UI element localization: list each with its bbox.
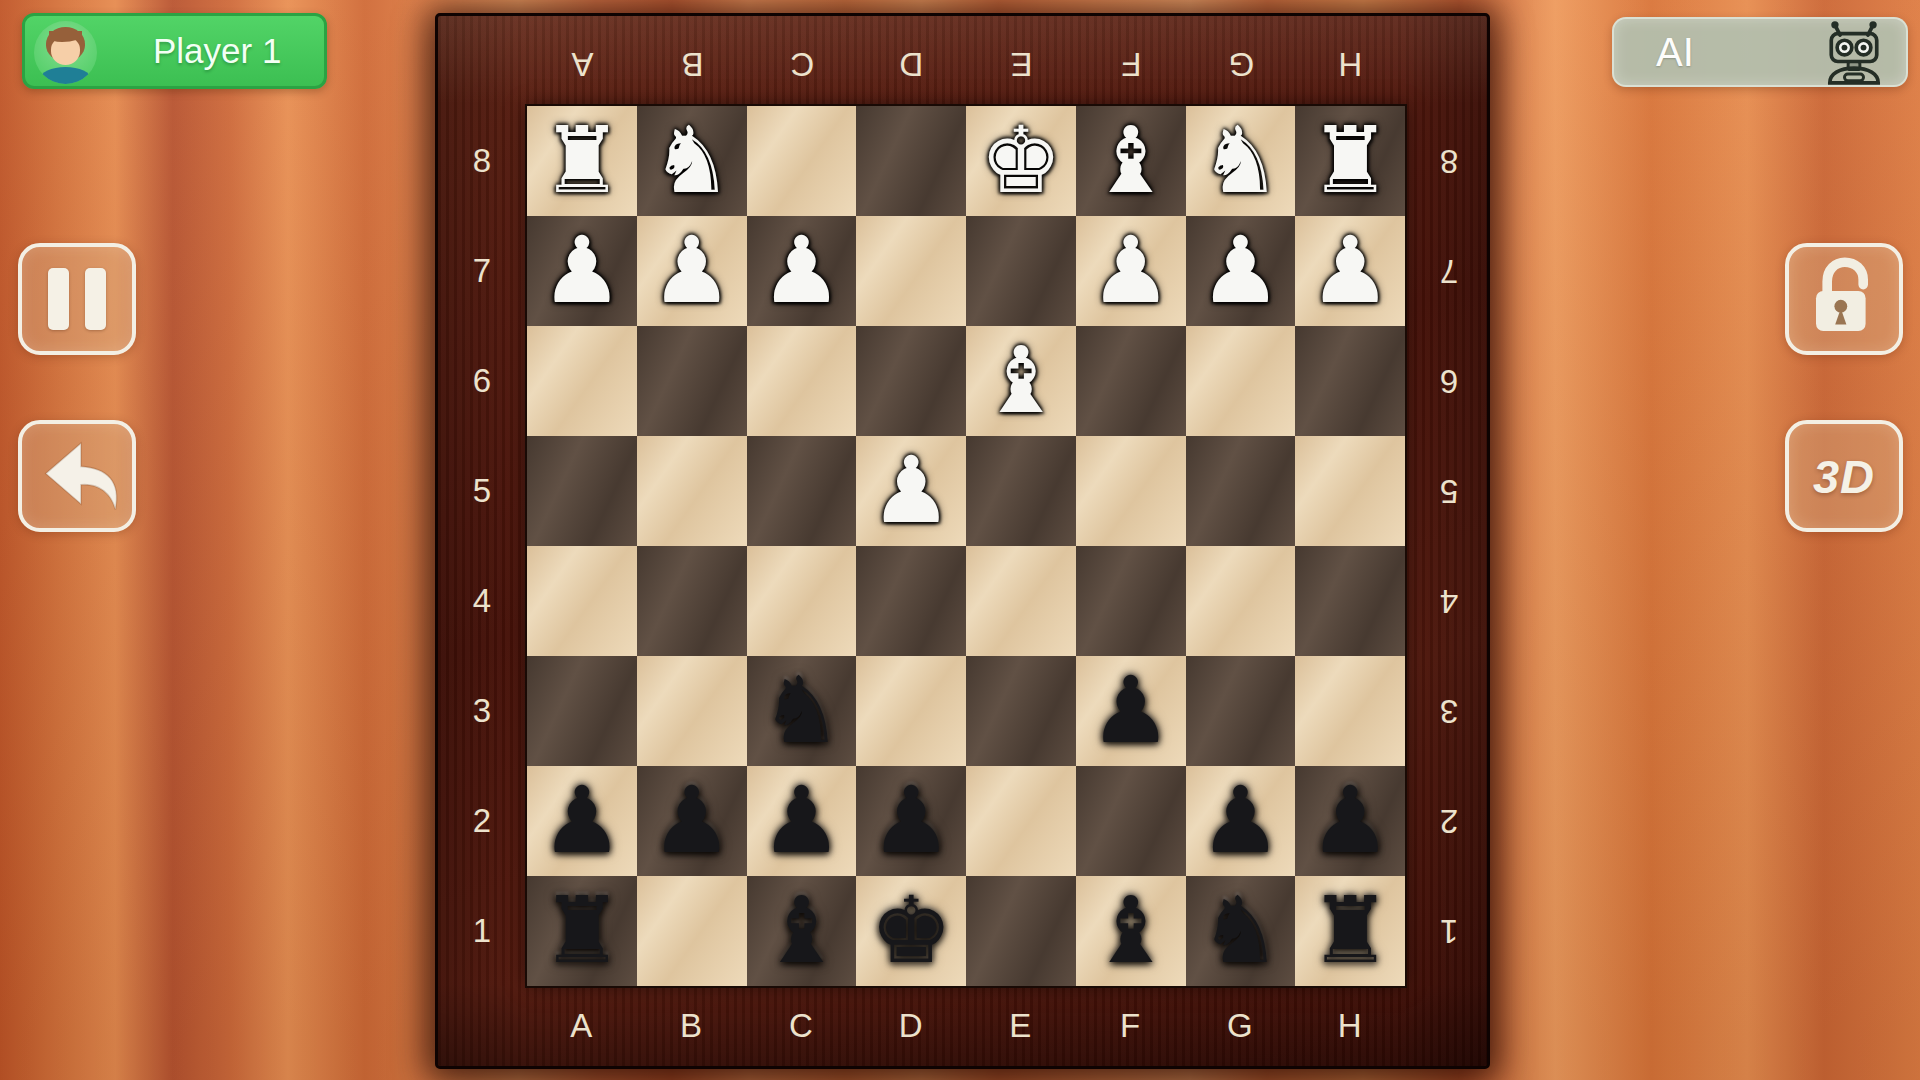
- white-king-e8[interactable]: ♚: [980, 115, 1062, 207]
- square-e2[interactable]: [966, 766, 1076, 876]
- coord-label-e: E: [966, 22, 1076, 106]
- square-e5[interactable]: [966, 436, 1076, 546]
- square-e4[interactable]: [966, 546, 1076, 656]
- coord-label-g: G: [1186, 22, 1296, 106]
- white-pawn-g7[interactable]: ♟: [1199, 225, 1281, 317]
- black-rook-a1[interactable]: ♜: [541, 885, 623, 977]
- black-knight-c3[interactable]: ♞: [760, 665, 842, 757]
- view-3d-label: 3D: [1813, 449, 1875, 504]
- black-king-d1[interactable]: ♚: [870, 885, 952, 977]
- square-d3[interactable]: [856, 656, 966, 766]
- square-b6[interactable]: [637, 326, 747, 436]
- black-pawn-b2[interactable]: ♟: [650, 775, 732, 867]
- square-g5[interactable]: [1186, 436, 1296, 546]
- square-d4[interactable]: [856, 546, 966, 656]
- robot-icon: [1812, 19, 1896, 85]
- square-a6[interactable]: [527, 326, 637, 436]
- square-h7[interactable]: ♟: [1295, 216, 1405, 326]
- square-g7[interactable]: ♟: [1186, 216, 1296, 326]
- square-c1[interactable]: ♝: [747, 876, 857, 986]
- coord-label-b: B: [637, 22, 747, 106]
- coord-label-2: 2: [438, 766, 527, 876]
- player-1-name: Player 1: [153, 31, 281, 71]
- square-g4[interactable]: [1186, 546, 1296, 656]
- undo-arrow-icon: [31, 432, 123, 520]
- square-c5[interactable]: [747, 436, 857, 546]
- square-e3[interactable]: [966, 656, 1076, 766]
- square-a7[interactable]: ♟: [527, 216, 637, 326]
- square-g1[interactable]: ♞: [1186, 876, 1296, 986]
- coord-label-4: 4: [1404, 546, 1493, 656]
- square-d1[interactable]: ♚: [856, 876, 966, 986]
- rank-labels-left: 87654321: [438, 106, 527, 986]
- square-c7[interactable]: ♟: [747, 216, 857, 326]
- square-h2[interactable]: ♟: [1295, 766, 1405, 876]
- square-h8[interactable]: ♜: [1295, 106, 1405, 216]
- square-a1[interactable]: ♜: [527, 876, 637, 986]
- coord-label-1: 1: [438, 876, 527, 986]
- square-a8[interactable]: ♜: [527, 106, 637, 216]
- black-rook-h1[interactable]: ♜: [1309, 885, 1391, 977]
- square-h5[interactable]: [1295, 436, 1405, 546]
- square-d5[interactable]: ♟: [856, 436, 966, 546]
- square-e7[interactable]: [966, 216, 1076, 326]
- white-knight-b8[interactable]: ♞: [650, 115, 732, 207]
- coord-label-d: D: [856, 22, 966, 106]
- ai-name: AI: [1656, 30, 1694, 75]
- coord-label-b: B: [637, 984, 747, 1068]
- coord-label-7: 7: [1404, 216, 1493, 326]
- coord-label-f: F: [1076, 22, 1186, 106]
- coord-label-2: 2: [1404, 766, 1493, 876]
- open-padlock-icon: [1799, 255, 1889, 343]
- square-f8[interactable]: ♝: [1076, 106, 1186, 216]
- white-bishop-e6[interactable]: ♝: [980, 335, 1062, 427]
- black-bishop-f1[interactable]: ♝: [1089, 885, 1171, 977]
- black-pawn-d2[interactable]: ♟: [870, 775, 952, 867]
- white-bishop-f8[interactable]: ♝: [1089, 115, 1171, 207]
- square-d2[interactable]: ♟: [856, 766, 966, 876]
- white-knight-g8[interactable]: ♞: [1199, 115, 1281, 207]
- square-a4[interactable]: [527, 546, 637, 656]
- view-3d-button[interactable]: 3D: [1785, 420, 1903, 532]
- square-b5[interactable]: [637, 436, 747, 546]
- coord-label-c: C: [747, 984, 857, 1068]
- black-pawn-g2[interactable]: ♟: [1199, 775, 1281, 867]
- white-pawn-d5[interactable]: ♟: [870, 445, 952, 537]
- square-f7[interactable]: ♟: [1076, 216, 1186, 326]
- square-f5[interactable]: [1076, 436, 1186, 546]
- coord-label-a: A: [527, 984, 637, 1068]
- coord-label-3: 3: [438, 656, 527, 766]
- white-rook-h8[interactable]: ♜: [1309, 115, 1391, 207]
- black-pawn-a2[interactable]: ♟: [541, 775, 623, 867]
- square-c6[interactable]: [747, 326, 857, 436]
- pause-button[interactable]: [18, 243, 136, 355]
- file-labels-bottom: ABCDEFGH: [527, 984, 1405, 1068]
- square-e1[interactable]: [966, 876, 1076, 986]
- coord-label-h: H: [1295, 22, 1405, 106]
- square-b1[interactable]: [637, 876, 747, 986]
- square-a3[interactable]: [527, 656, 637, 766]
- square-g8[interactable]: ♞: [1186, 106, 1296, 216]
- black-bishop-c1[interactable]: ♝: [760, 885, 842, 977]
- ai-badge: AI: [1612, 17, 1908, 87]
- square-b4[interactable]: [637, 546, 747, 656]
- white-pawn-a7[interactable]: ♟: [541, 225, 623, 317]
- white-rook-a8[interactable]: ♜: [541, 115, 623, 207]
- black-pawn-f3[interactable]: ♟: [1089, 665, 1171, 757]
- coord-label-g: G: [1186, 984, 1296, 1068]
- square-g6[interactable]: [1186, 326, 1296, 436]
- player-1-badge: Player 1: [22, 13, 327, 89]
- square-c4[interactable]: [747, 546, 857, 656]
- coord-label-f: F: [1076, 984, 1186, 1068]
- black-pawn-h2[interactable]: ♟: [1309, 775, 1391, 867]
- coord-label-4: 4: [438, 546, 527, 656]
- chess-board: ABCDEFGH ABCDEFGH 87654321 87654321 ♜♞♚♝…: [435, 13, 1490, 1069]
- square-f6[interactable]: [1076, 326, 1186, 436]
- coord-label-7: 7: [438, 216, 527, 326]
- coord-label-a: A: [527, 22, 637, 106]
- player-avatar-icon: [34, 21, 97, 84]
- white-pawn-f7[interactable]: ♟: [1089, 225, 1171, 317]
- square-e8[interactable]: ♚: [966, 106, 1076, 216]
- coord-label-d: D: [856, 984, 966, 1068]
- pause-icon: [48, 268, 69, 330]
- coord-label-c: C: [747, 22, 857, 106]
- square-c3[interactable]: ♞: [747, 656, 857, 766]
- coord-label-8: 8: [438, 106, 527, 216]
- undo-button[interactable]: [18, 420, 136, 532]
- coord-label-8: 8: [1404, 106, 1493, 216]
- square-c2[interactable]: ♟: [747, 766, 857, 876]
- square-g3[interactable]: [1186, 656, 1296, 766]
- lock-button[interactable]: [1785, 243, 1903, 355]
- square-d7[interactable]: [856, 216, 966, 326]
- coord-label-3: 3: [1404, 656, 1493, 766]
- square-a2[interactable]: ♟: [527, 766, 637, 876]
- square-h4[interactable]: [1295, 546, 1405, 656]
- square-f2[interactable]: [1076, 766, 1186, 876]
- square-h6[interactable]: [1295, 326, 1405, 436]
- rank-labels-right: 87654321: [1404, 106, 1493, 986]
- coord-label-e: E: [966, 984, 1076, 1068]
- square-e6[interactable]: ♝: [966, 326, 1076, 436]
- square-g2[interactable]: ♟: [1186, 766, 1296, 876]
- file-labels-top: ABCDEFGH: [527, 22, 1405, 106]
- square-c8[interactable]: [747, 106, 857, 216]
- white-pawn-c7[interactable]: ♟: [760, 225, 842, 317]
- coord-label-h: H: [1295, 984, 1405, 1068]
- coord-label-1: 1: [1404, 876, 1493, 986]
- square-h3[interactable]: [1295, 656, 1405, 766]
- white-pawn-b7[interactable]: ♟: [650, 225, 732, 317]
- coord-label-6: 6: [438, 326, 527, 436]
- square-b2[interactable]: ♟: [637, 766, 747, 876]
- square-b7[interactable]: ♟: [637, 216, 747, 326]
- square-d6[interactable]: [856, 326, 966, 436]
- board-squares: ♜♞♚♝♞♜♟♟♟♟♟♟♝♟♞♟♟♟♟♟♟♟♜♝♚♝♞♜: [527, 106, 1405, 986]
- square-b3[interactable]: [637, 656, 747, 766]
- white-pawn-h7[interactable]: ♟: [1309, 225, 1391, 317]
- black-pawn-c2[interactable]: ♟: [760, 775, 842, 867]
- square-f1[interactable]: ♝: [1076, 876, 1186, 986]
- square-h1[interactable]: ♜: [1295, 876, 1405, 986]
- avatar-shirt: [40, 67, 91, 84]
- app-background: Player 1 AI 3D: [0, 0, 1920, 1080]
- coord-label-5: 5: [438, 436, 527, 546]
- square-f4[interactable]: [1076, 546, 1186, 656]
- square-b8[interactable]: ♞: [637, 106, 747, 216]
- square-f3[interactable]: ♟: [1076, 656, 1186, 766]
- square-a5[interactable]: [527, 436, 637, 546]
- coord-label-6: 6: [1404, 326, 1493, 436]
- black-knight-g1[interactable]: ♞: [1199, 885, 1281, 977]
- square-d8[interactable]: [856, 106, 966, 216]
- coord-label-5: 5: [1404, 436, 1493, 546]
